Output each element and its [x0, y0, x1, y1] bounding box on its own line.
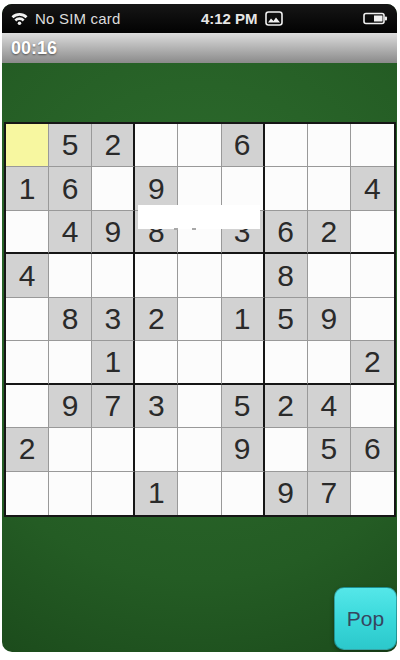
status-bar: No SIM card 4:12 PM [2, 4, 397, 33]
cell-r5c7[interactable]: 5 [265, 298, 308, 341]
screenshot-icon [265, 11, 283, 26]
cell-r7c1[interactable] [6, 385, 49, 428]
cell-r8c1[interactable]: 2 [6, 428, 49, 471]
cell-r4c5[interactable] [178, 254, 221, 297]
clock-label: 4:12 PM [201, 10, 258, 27]
cell-r1c2[interactable]: 5 [49, 124, 92, 167]
cell-r2c9[interactable]: 4 [351, 167, 394, 210]
cell-r6c8[interactable] [308, 341, 351, 384]
cell-r6c9[interactable]: 2 [351, 341, 394, 384]
play-area: 526169449836248832159129735242956197 Pop [2, 63, 397, 652]
cell-r1c9[interactable] [351, 124, 394, 167]
timer-bar: 00:16 [2, 33, 397, 63]
cell-r7c4[interactable]: 3 [135, 385, 178, 428]
cell-r6c4[interactable] [135, 341, 178, 384]
cell-r7c2[interactable]: 9 [49, 385, 92, 428]
cell-r5c4[interactable]: 2 [135, 298, 178, 341]
cell-r6c3[interactable]: 1 [92, 341, 135, 384]
cell-r9c9[interactable] [351, 472, 394, 515]
cell-r5c3[interactable]: 3 [92, 298, 135, 341]
cell-r5c2[interactable]: 8 [49, 298, 92, 341]
cell-r3c9[interactable] [351, 211, 394, 254]
pop-button[interactable]: Pop [334, 587, 397, 650]
cell-r3c3[interactable]: 9 [92, 211, 135, 254]
cell-r9c6[interactable] [222, 472, 265, 515]
battery-icon [363, 12, 388, 25]
cell-r5c8[interactable]: 9 [308, 298, 351, 341]
cell-r3c1[interactable] [6, 211, 49, 254]
cell-r5c9[interactable] [351, 298, 394, 341]
cell-r6c2[interactable] [49, 341, 92, 384]
cell-r4c8[interactable] [308, 254, 351, 297]
cell-r9c3[interactable] [92, 472, 135, 515]
cell-r2c1[interactable]: 1 [6, 167, 49, 210]
cell-r1c5[interactable] [178, 124, 221, 167]
cell-r6c6[interactable] [222, 341, 265, 384]
cell-r7c9[interactable] [351, 385, 394, 428]
cell-r5c1[interactable] [6, 298, 49, 341]
cell-r7c5[interactable] [178, 385, 221, 428]
cell-r8c3[interactable] [92, 428, 135, 471]
cell-r8c9[interactable]: 6 [351, 428, 394, 471]
cell-r8c2[interactable] [49, 428, 92, 471]
cell-r3c7[interactable]: 6 [265, 211, 308, 254]
cell-r4c2[interactable] [49, 254, 92, 297]
cell-r4c6[interactable] [222, 254, 265, 297]
cell-r7c6[interactable]: 5 [222, 385, 265, 428]
wifi-icon [11, 12, 28, 25]
cell-r9c8[interactable]: 7 [308, 472, 351, 515]
sudoku-board[interactable]: 526169449836248832159129735242956197 [4, 122, 396, 517]
cell-r5c5[interactable] [178, 298, 221, 341]
cell-r4c9[interactable] [351, 254, 394, 297]
cell-r2c3[interactable] [92, 167, 135, 210]
cell-r2c7[interactable] [265, 167, 308, 210]
cell-r8c4[interactable] [135, 428, 178, 471]
cell-r8c7[interactable] [265, 428, 308, 471]
cell-r8c8[interactable]: 5 [308, 428, 351, 471]
cell-r1c4[interactable] [135, 124, 178, 167]
cell-r1c8[interactable] [308, 124, 351, 167]
cell-r6c5[interactable] [178, 341, 221, 384]
cell-r9c4[interactable]: 1 [135, 472, 178, 515]
cell-r2c2[interactable]: 6 [49, 167, 92, 210]
cell-r7c3[interactable]: 7 [92, 385, 135, 428]
cell-r6c7[interactable] [265, 341, 308, 384]
cell-r7c7[interactable]: 2 [265, 385, 308, 428]
cell-r4c7[interactable]: 8 [265, 254, 308, 297]
cell-r4c4[interactable] [135, 254, 178, 297]
cell-r4c3[interactable] [92, 254, 135, 297]
cell-r6c1[interactable] [6, 341, 49, 384]
network-status-label: No SIM card [35, 10, 121, 27]
cell-r4c1[interactable]: 4 [6, 254, 49, 297]
cell-r9c5[interactable] [178, 472, 221, 515]
cell-r9c1[interactable] [6, 472, 49, 515]
cell-r5c6[interactable]: 1 [222, 298, 265, 341]
cell-r3c8[interactable]: 2 [308, 211, 351, 254]
cell-r8c6[interactable]: 9 [222, 428, 265, 471]
cell-r1c6[interactable]: 6 [222, 124, 265, 167]
cell-r9c2[interactable] [49, 472, 92, 515]
cell-r7c8[interactable]: 4 [308, 385, 351, 428]
timer-label: 00:16 [11, 38, 57, 59]
app-screen: No SIM card 4:12 PM 00:16 52616944983624… [2, 4, 397, 652]
cell-r9c7[interactable]: 9 [265, 472, 308, 515]
cell-r1c7[interactable] [265, 124, 308, 167]
cell-r3c2[interactable]: 4 [49, 211, 92, 254]
cell-r1c3[interactable]: 2 [92, 124, 135, 167]
cell-r1c1[interactable] [6, 124, 49, 167]
cell-r8c5[interactable] [178, 428, 221, 471]
cell-r2c8[interactable] [308, 167, 351, 210]
render-artifact [138, 205, 260, 229]
